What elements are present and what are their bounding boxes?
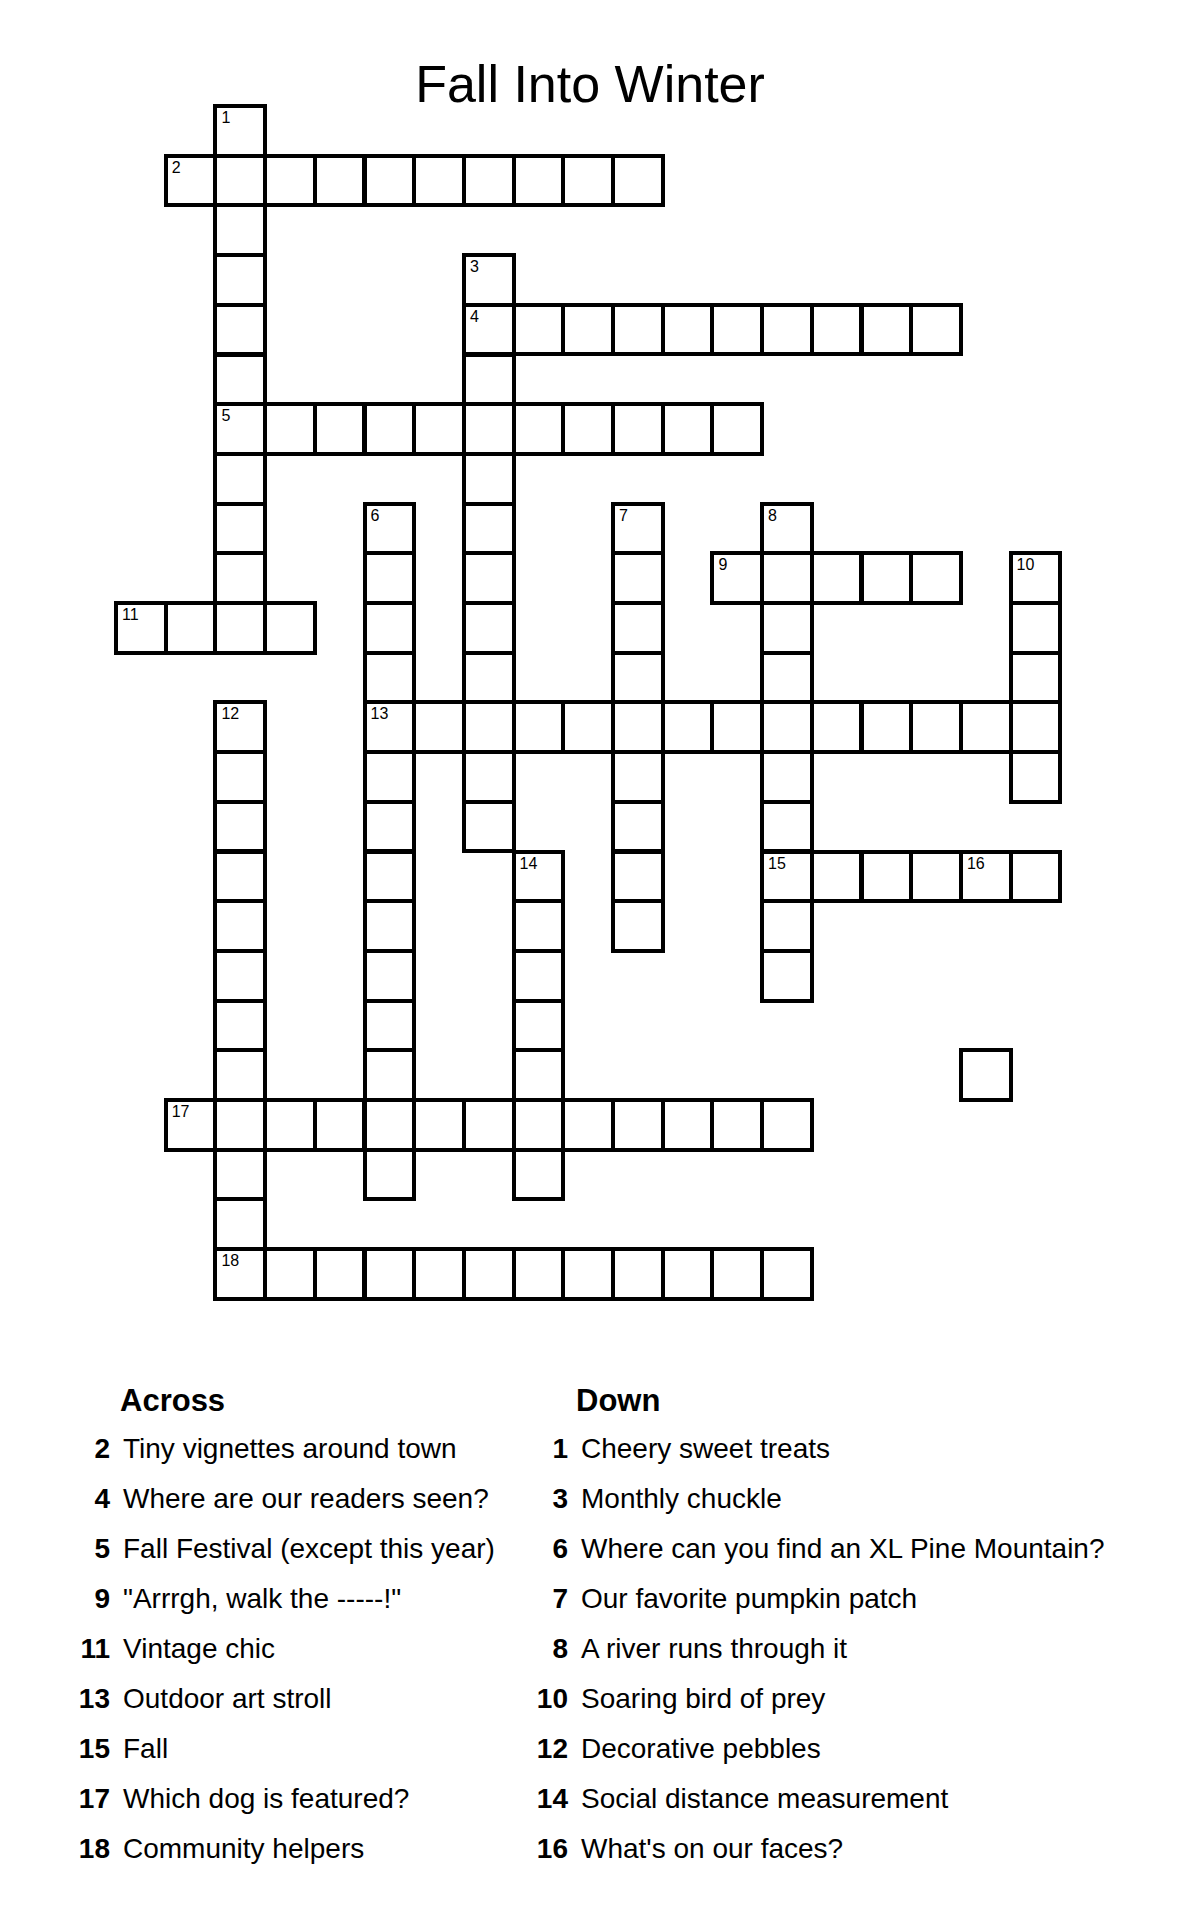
across-header: Across <box>120 1382 225 1419</box>
cell-number-2: 2 <box>172 159 181 177</box>
grid-cell-r18c2 <box>213 999 267 1053</box>
grid-cell-r4c7: 4 <box>462 303 516 357</box>
cell-number-11: 11 <box>122 606 139 624</box>
clue-item-4: 4Where are our readers seen? <box>60 1474 495 1524</box>
grid-cell-r18c5 <box>363 999 417 1053</box>
grid-cell-r12c15 <box>860 700 914 754</box>
clue-item-16: 16What's on our faces? <box>518 1824 1105 1874</box>
clue-number: 1 <box>518 1433 568 1465</box>
crossword-page: { "title": "Fall Into Winter", "game": "… <box>0 0 1200 1920</box>
grid-cell-r19c5 <box>363 1048 417 1102</box>
grid-cell-r23c3 <box>263 1247 317 1301</box>
cell-number-1: 1 <box>221 109 230 127</box>
grid-cell-r6c8 <box>512 402 566 456</box>
grid-cell-r1c5 <box>363 154 417 208</box>
clue-item-3: 3Monthly chuckle <box>518 1474 1105 1524</box>
grid-cell-r15c18 <box>1009 850 1063 904</box>
grid-cell-r8c2 <box>213 502 267 556</box>
grid-cell-r0c2: 1 <box>213 104 267 158</box>
grid-cell-r13c7 <box>462 750 516 804</box>
cell-number-17: 17 <box>172 1103 190 1121</box>
grid-cell-r3c2 <box>213 253 267 307</box>
grid-cell-r19c8 <box>512 1048 566 1102</box>
grid-cell-r13c10 <box>611 750 665 804</box>
clue-number: 2 <box>60 1433 110 1465</box>
clue-item-13: 13Outdoor art stroll <box>60 1674 495 1724</box>
grid-cell-r15c13: 15 <box>760 850 814 904</box>
clue-item-10: 10Soaring bird of prey <box>518 1674 1105 1724</box>
grid-cell-r20c8 <box>512 1098 566 1152</box>
grid-cell-r11c13 <box>760 651 814 705</box>
grid-cell-r15c17: 16 <box>959 850 1013 904</box>
clue-number: 6 <box>518 1533 568 1565</box>
grid-cell-r12c13 <box>760 700 814 754</box>
grid-cell-r16c5 <box>363 899 417 953</box>
grid-cell-r21c2 <box>213 1148 267 1202</box>
clue-text: Cheery sweet treats <box>581 1433 830 1465</box>
grid-cell-r10c2 <box>213 601 267 655</box>
grid-cell-r1c4 <box>313 154 367 208</box>
grid-cell-r23c9 <box>561 1247 615 1301</box>
clue-number: 15 <box>60 1733 110 1765</box>
grid-cell-r17c13 <box>760 949 814 1003</box>
grid-cell-r21c5 <box>363 1148 417 1202</box>
grid-cell-r4c14 <box>810 303 864 357</box>
grid-cell-r15c14 <box>810 850 864 904</box>
grid-cell-r12c18 <box>1009 700 1063 754</box>
clue-text: Our favorite pumpkin patch <box>581 1583 917 1615</box>
grid-cell-r16c13 <box>760 899 814 953</box>
grid-cell-r9c18: 10 <box>1009 551 1063 605</box>
grid-cell-r4c16 <box>909 303 963 357</box>
grid-cell-r4c11 <box>661 303 715 357</box>
grid-cell-r9c16 <box>909 551 963 605</box>
grid-cell-r11c10 <box>611 651 665 705</box>
grid-cell-r12c10 <box>611 700 665 754</box>
grid-cell-r12c2: 12 <box>213 700 267 754</box>
clue-number: 14 <box>518 1783 568 1815</box>
grid-cell-r6c4 <box>313 402 367 456</box>
grid-cell-r12c8 <box>512 700 566 754</box>
grid-cell-r15c16 <box>909 850 963 904</box>
clue-number: 7 <box>518 1583 568 1615</box>
grid-cell-r1c1: 2 <box>164 154 218 208</box>
clue-item-8: 8A river runs through it <box>518 1624 1105 1674</box>
grid-cell-r11c5 <box>363 651 417 705</box>
grid-cell-r19c2 <box>213 1048 267 1102</box>
clue-number: 3 <box>518 1483 568 1515</box>
grid-cell-r5c2 <box>213 353 267 407</box>
grid-cell-r20c5 <box>363 1098 417 1152</box>
grid-cell-r12c14 <box>810 700 864 754</box>
grid-cell-r4c8 <box>512 303 566 357</box>
grid-cell-r6c6 <box>412 402 466 456</box>
grid-cell-r16c2 <box>213 899 267 953</box>
grid-cell-r4c15 <box>860 303 914 357</box>
grid-cell-r23c6 <box>412 1247 466 1301</box>
grid-cell-r15c10 <box>611 850 665 904</box>
cell-number-8: 8 <box>768 507 777 525</box>
grid-cell-r17c2 <box>213 949 267 1003</box>
cell-number-18: 18 <box>221 1252 239 1270</box>
grid-cell-r6c9 <box>561 402 615 456</box>
grid-cell-r13c18 <box>1009 750 1063 804</box>
grid-cell-r12c12 <box>710 700 764 754</box>
cell-number-6: 6 <box>371 507 380 525</box>
grid-cell-r15c5 <box>363 850 417 904</box>
grid-cell-r23c12 <box>710 1247 764 1301</box>
grid-cell-r9c13 <box>760 551 814 605</box>
clue-item-2: 2Tiny vignettes around town <box>60 1424 495 1474</box>
grid-cell-r8c10: 7 <box>611 502 665 556</box>
grid-cell-r12c9 <box>561 700 615 754</box>
clue-text: Soaring bird of prey <box>581 1683 825 1715</box>
grid-cell-r1c8 <box>512 154 566 208</box>
grid-cell-r23c10 <box>611 1247 665 1301</box>
cell-number-16: 16 <box>967 855 985 873</box>
grid-cell-r23c5 <box>363 1247 417 1301</box>
grid-cell-r21c8 <box>512 1148 566 1202</box>
cell-number-14: 14 <box>520 855 538 873</box>
clue-text: Vintage chic <box>123 1633 275 1665</box>
clue-text: Monthly chuckle <box>581 1483 782 1515</box>
grid-cell-r14c7 <box>462 800 516 854</box>
grid-cell-r1c6 <box>412 154 466 208</box>
grid-cell-r6c3 <box>263 402 317 456</box>
grid-cell-r20c6 <box>412 1098 466 1152</box>
clue-item-18: 18Community helpers <box>60 1824 495 1874</box>
grid-cell-r23c8 <box>512 1247 566 1301</box>
grid-cell-r15c8: 14 <box>512 850 566 904</box>
grid-cell-r8c5: 6 <box>363 502 417 556</box>
grid-cell-r9c10 <box>611 551 665 605</box>
grid-cell-r20c4 <box>313 1098 367 1152</box>
grid-cell-r15c2 <box>213 850 267 904</box>
clue-number: 4 <box>60 1483 110 1515</box>
grid-cell-r10c1 <box>164 601 218 655</box>
grid-cell-r12c5: 13 <box>363 700 417 754</box>
grid-cell-r18c8 <box>512 999 566 1053</box>
clue-item-1: 1Cheery sweet treats <box>518 1424 1105 1474</box>
cell-number-13: 13 <box>371 705 389 723</box>
clue-number: 10 <box>518 1683 568 1715</box>
grid-cell-r12c17 <box>959 700 1013 754</box>
clue-text: Community helpers <box>123 1833 364 1865</box>
grid-cell-r11c18 <box>1009 651 1063 705</box>
clue-item-14: 14Social distance measurement <box>518 1774 1105 1824</box>
clue-item-12: 12Decorative pebbles <box>518 1724 1105 1774</box>
clue-number: 9 <box>60 1583 110 1615</box>
cell-number-4: 4 <box>470 308 479 326</box>
cell-number-10: 10 <box>1017 556 1035 574</box>
cell-number-5: 5 <box>221 407 230 425</box>
grid-cell-r20c10 <box>611 1098 665 1152</box>
clue-text: A river runs through it <box>581 1633 847 1665</box>
grid-cell-r23c11 <box>661 1247 715 1301</box>
clue-text: Fall <box>123 1733 168 1765</box>
grid-cell-r17c5 <box>363 949 417 1003</box>
grid-cell-r4c13 <box>760 303 814 357</box>
clue-item-7: 7Our favorite pumpkin patch <box>518 1574 1105 1624</box>
clue-text: Tiny vignettes around town <box>123 1433 457 1465</box>
clue-text: Decorative pebbles <box>581 1733 821 1765</box>
grid-cell-r6c10 <box>611 402 665 456</box>
clue-number: 5 <box>60 1533 110 1565</box>
grid-cell-r20c1: 17 <box>164 1098 218 1152</box>
grid-cell-r10c10 <box>611 601 665 655</box>
grid-cell-r22c2 <box>213 1197 267 1251</box>
down-clue-list: 1Cheery sweet treats3Monthly chuckle6Whe… <box>518 1424 1105 1874</box>
clue-text: "Arrrgh, walk the -----!" <box>123 1583 401 1615</box>
grid-cell-r4c9 <box>561 303 615 357</box>
grid-cell-r20c9 <box>561 1098 615 1152</box>
grid-cell-r23c13 <box>760 1247 814 1301</box>
grid-cell-r16c8 <box>512 899 566 953</box>
crossword-grid: 123456789101112131415161718 <box>114 104 1074 1314</box>
clue-text: Where are our readers seen? <box>123 1483 489 1515</box>
grid-cell-r2c2 <box>213 203 267 257</box>
grid-cell-r12c16 <box>909 700 963 754</box>
clue-number: 13 <box>60 1683 110 1715</box>
clue-item-15: 15Fall <box>60 1724 495 1774</box>
grid-cell-r14c5 <box>363 800 417 854</box>
grid-cell-r7c7 <box>462 452 516 506</box>
grid-cell-r14c10 <box>611 800 665 854</box>
grid-cell-r19c17 <box>959 1048 1013 1102</box>
grid-cell-r1c2 <box>213 154 267 208</box>
clue-item-5: 5Fall Festival (except this year) <box>60 1524 495 1574</box>
grid-cell-r1c7 <box>462 154 516 208</box>
clue-number: 18 <box>60 1833 110 1865</box>
grid-cell-r1c9 <box>561 154 615 208</box>
clue-item-11: 11Vintage chic <box>60 1624 495 1674</box>
grid-cell-r14c2 <box>213 800 267 854</box>
grid-cell-r10c3 <box>263 601 317 655</box>
cell-number-9: 9 <box>718 556 727 574</box>
grid-cell-r9c12: 9 <box>710 551 764 605</box>
grid-cell-r10c18 <box>1009 601 1063 655</box>
grid-cell-r9c5 <box>363 551 417 605</box>
grid-cell-r10c5 <box>363 601 417 655</box>
grid-cell-r13c2 <box>213 750 267 804</box>
clue-text: Where can you find an XL Pine Mountain? <box>581 1533 1105 1565</box>
clue-number: 17 <box>60 1783 110 1815</box>
grid-cell-r6c11 <box>661 402 715 456</box>
clue-item-17: 17Which dog is featured? <box>60 1774 495 1824</box>
down-header: Down <box>576 1382 660 1419</box>
grid-cell-r10c13 <box>760 601 814 655</box>
grid-cell-r9c15 <box>860 551 914 605</box>
clue-number: 12 <box>518 1733 568 1765</box>
grid-cell-r23c7 <box>462 1247 516 1301</box>
clue-text: What's on our faces? <box>581 1833 843 1865</box>
grid-cell-r9c2 <box>213 551 267 605</box>
grid-cell-r15c15 <box>860 850 914 904</box>
grid-cell-r10c7 <box>462 601 516 655</box>
grid-cell-r8c7 <box>462 502 516 556</box>
clue-number: 11 <box>60 1633 110 1665</box>
grid-cell-r6c5 <box>363 402 417 456</box>
grid-cell-r1c10 <box>611 154 665 208</box>
grid-cell-r20c2 <box>213 1098 267 1152</box>
grid-cell-r14c13 <box>760 800 814 854</box>
clue-text: Which dog is featured? <box>123 1783 409 1815</box>
grid-cell-r1c3 <box>263 154 317 208</box>
grid-cell-r5c7 <box>462 353 516 407</box>
grid-cell-r12c11 <box>661 700 715 754</box>
cell-number-15: 15 <box>768 855 786 873</box>
across-clue-list: 2Tiny vignettes around town4Where are ou… <box>60 1424 495 1874</box>
grid-cell-r7c2 <box>213 452 267 506</box>
grid-cell-r3c7: 3 <box>462 253 516 307</box>
grid-cell-r20c3 <box>263 1098 317 1152</box>
grid-cell-r13c13 <box>760 750 814 804</box>
grid-cell-r12c6 <box>412 700 466 754</box>
grid-cell-r13c5 <box>363 750 417 804</box>
clue-number: 16 <box>518 1833 568 1865</box>
grid-cell-r10c0: 11 <box>114 601 168 655</box>
grid-cell-r16c10 <box>611 899 665 953</box>
grid-cell-r4c2 <box>213 303 267 357</box>
grid-cell-r6c7 <box>462 402 516 456</box>
grid-cell-r4c10 <box>611 303 665 357</box>
grid-cell-r6c2: 5 <box>213 402 267 456</box>
grid-cell-r20c7 <box>462 1098 516 1152</box>
grid-cell-r8c13: 8 <box>760 502 814 556</box>
grid-cell-r20c11 <box>661 1098 715 1152</box>
grid-cell-r11c7 <box>462 651 516 705</box>
grid-cell-r23c2: 18 <box>213 1247 267 1301</box>
grid-cell-r20c12 <box>710 1098 764 1152</box>
grid-cell-r9c7 <box>462 551 516 605</box>
clue-item-6: 6Where can you find an XL Pine Mountain? <box>518 1524 1105 1574</box>
grid-cell-r12c7 <box>462 700 516 754</box>
clue-number: 8 <box>518 1633 568 1665</box>
clue-text: Fall Festival (except this year) <box>123 1533 495 1565</box>
grid-cell-r17c8 <box>512 949 566 1003</box>
cell-number-7: 7 <box>619 507 628 525</box>
clue-text: Social distance measurement <box>581 1783 948 1815</box>
grid-cell-r9c14 <box>810 551 864 605</box>
grid-cell-r6c12 <box>710 402 764 456</box>
grid-cell-r23c4 <box>313 1247 367 1301</box>
cell-number-3: 3 <box>470 258 479 276</box>
clue-item-9: 9"Arrrgh, walk the -----!" <box>60 1574 495 1624</box>
clue-text: Outdoor art stroll <box>123 1683 332 1715</box>
cell-number-12: 12 <box>221 705 239 723</box>
grid-cell-r20c13 <box>760 1098 814 1152</box>
grid-cell-r4c12 <box>710 303 764 357</box>
